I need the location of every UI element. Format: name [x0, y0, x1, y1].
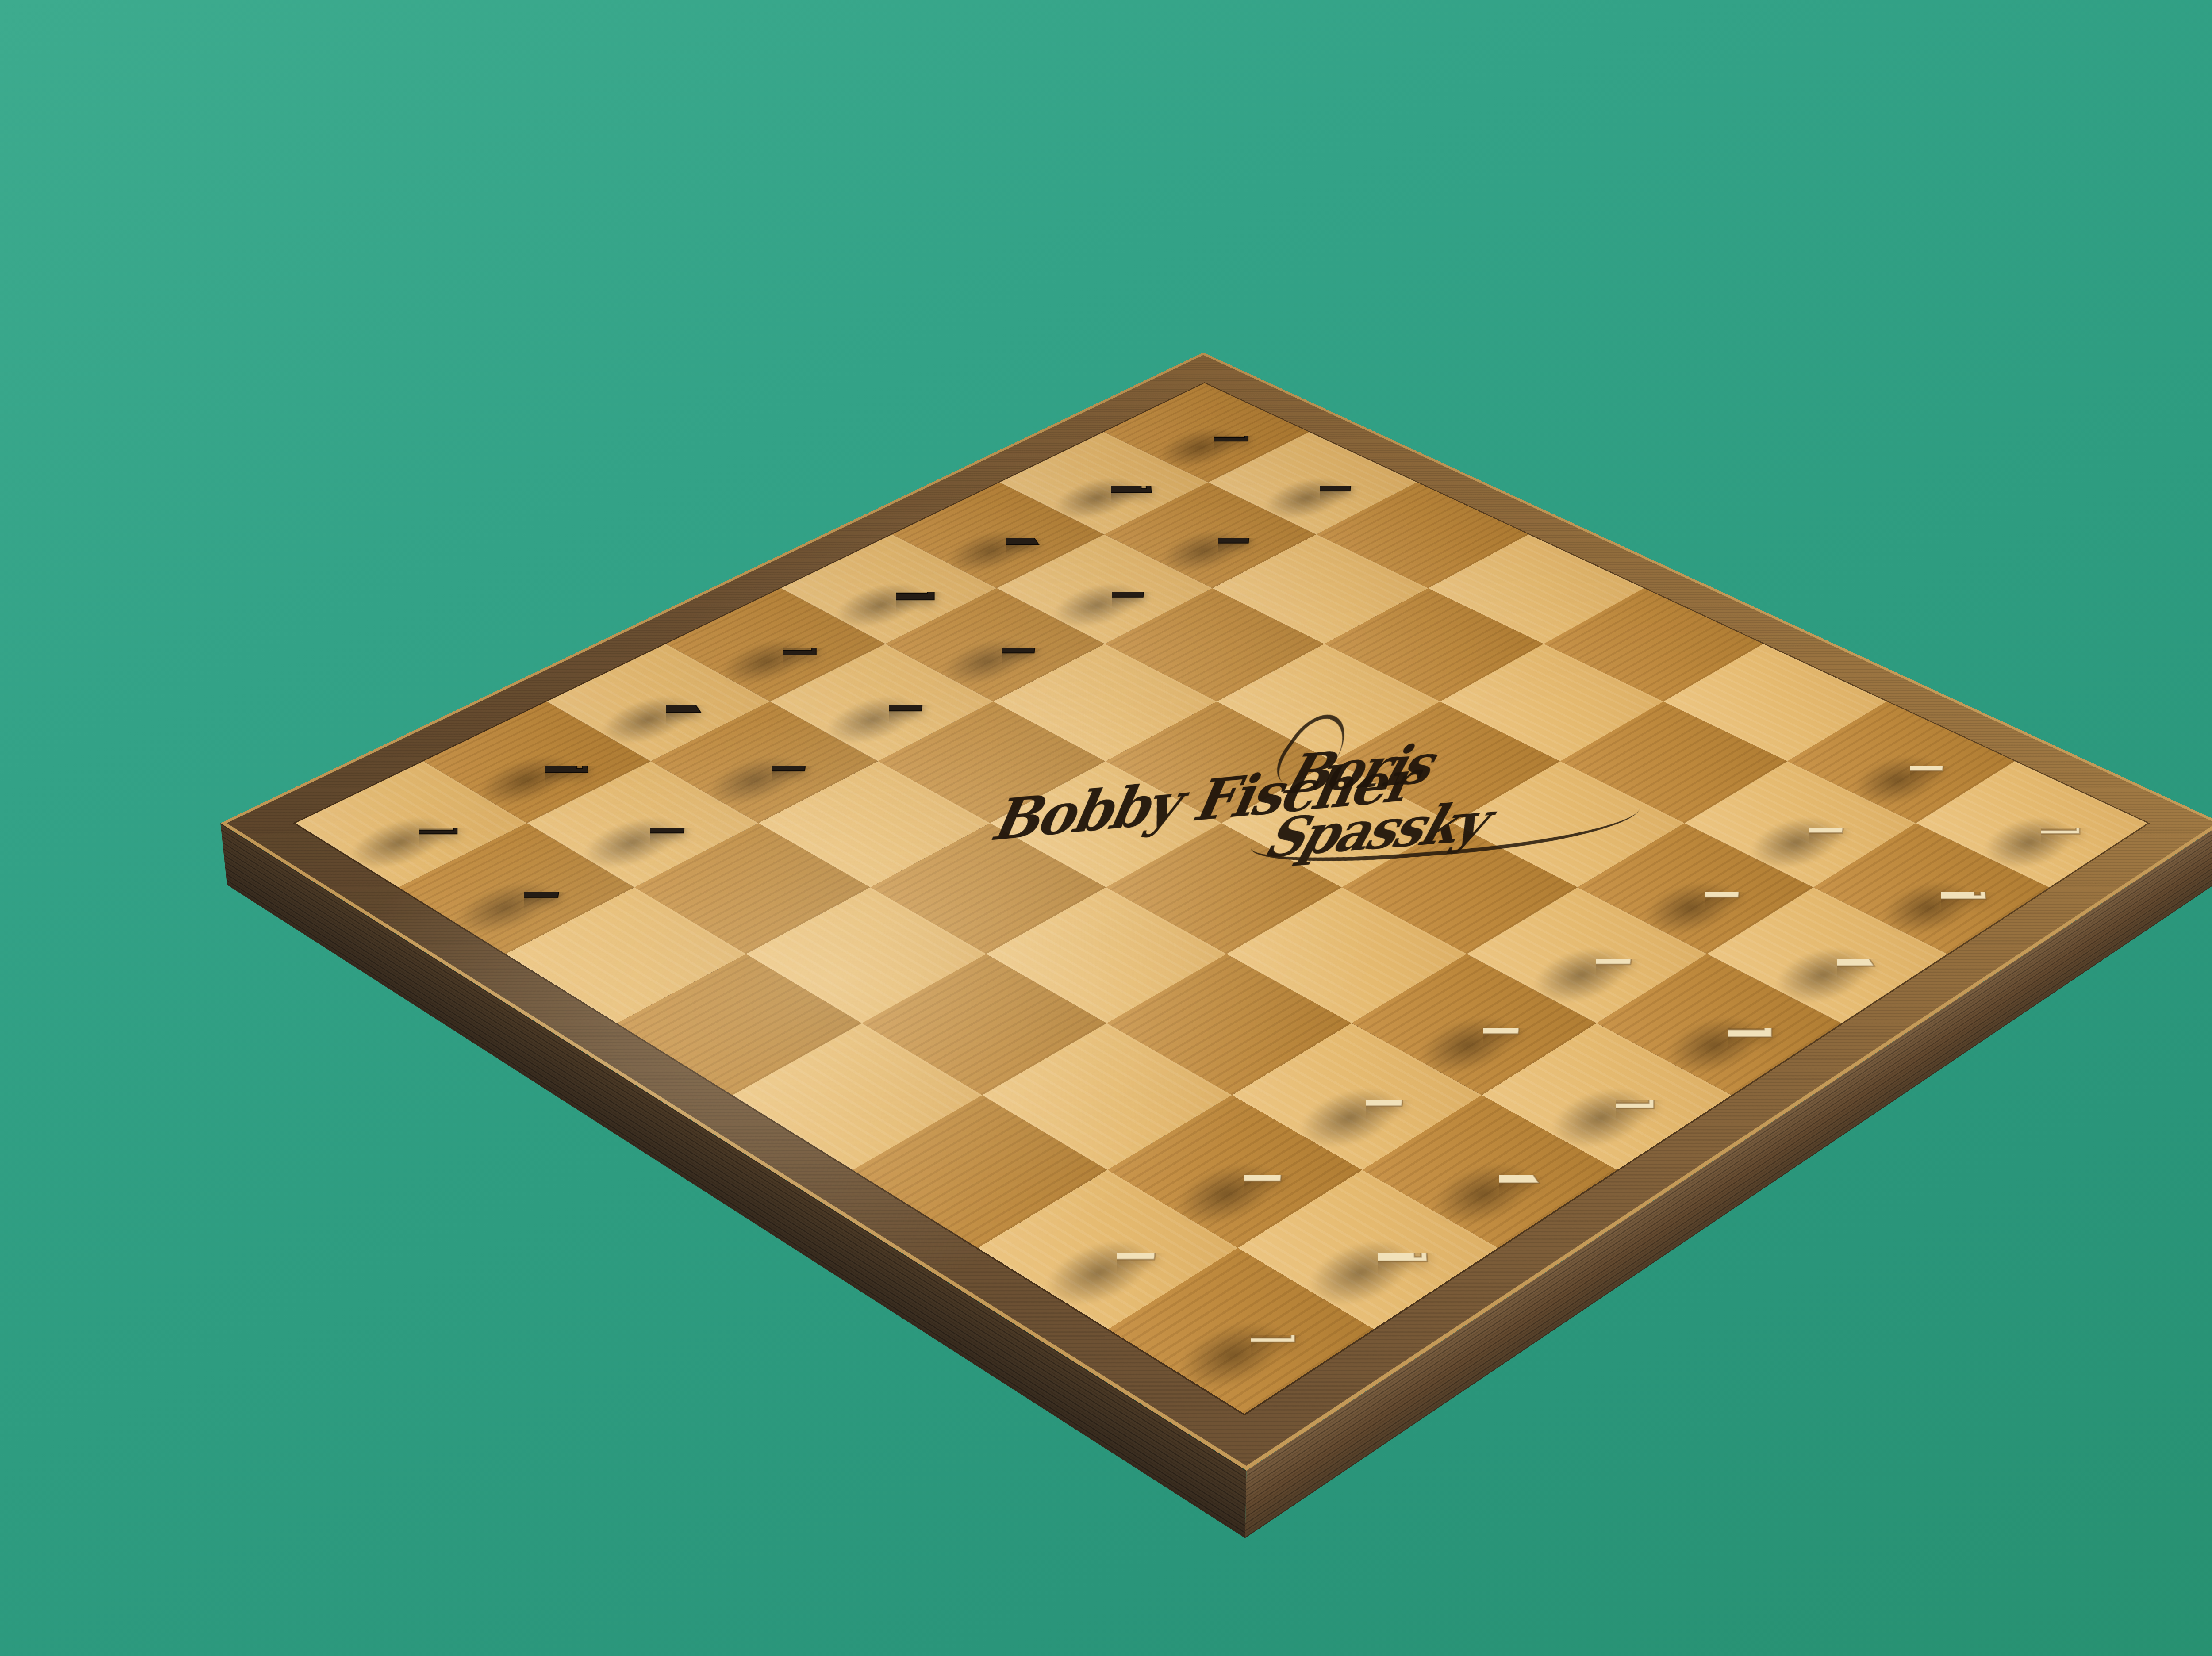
chessboard: ♜♞♝♛♚♝♞♜♟♟♟♟♟♟♟♟♟♟♟♟♟♟♟♟♜♞♝♛♚♝♞♜ [220, 353, 2212, 1471]
photo-backdrop: ♜♞♝♛♚♝♞♜♟♟♟♟♟♟♟♟♟♟♟♟♟♟♟♟♜♞♝♛♚♝♞♜ Bobby F… [0, 0, 2212, 1656]
board-grid: ♜♞♝♛♚♝♞♜♟♟♟♟♟♟♟♟♟♟♟♟♟♟♟♟♜♞♝♛♚♝♞♜ [296, 383, 2147, 1414]
piece-black-knight-b8[interactable]: ♞ [476, 644, 613, 796]
board-surface: ♜♞♝♛♚♝♞♜♟♟♟♟♟♟♟♟♟♟♟♟♟♟♟♟♜♞♝♛♚♝♞♜ [220, 353, 2212, 1471]
